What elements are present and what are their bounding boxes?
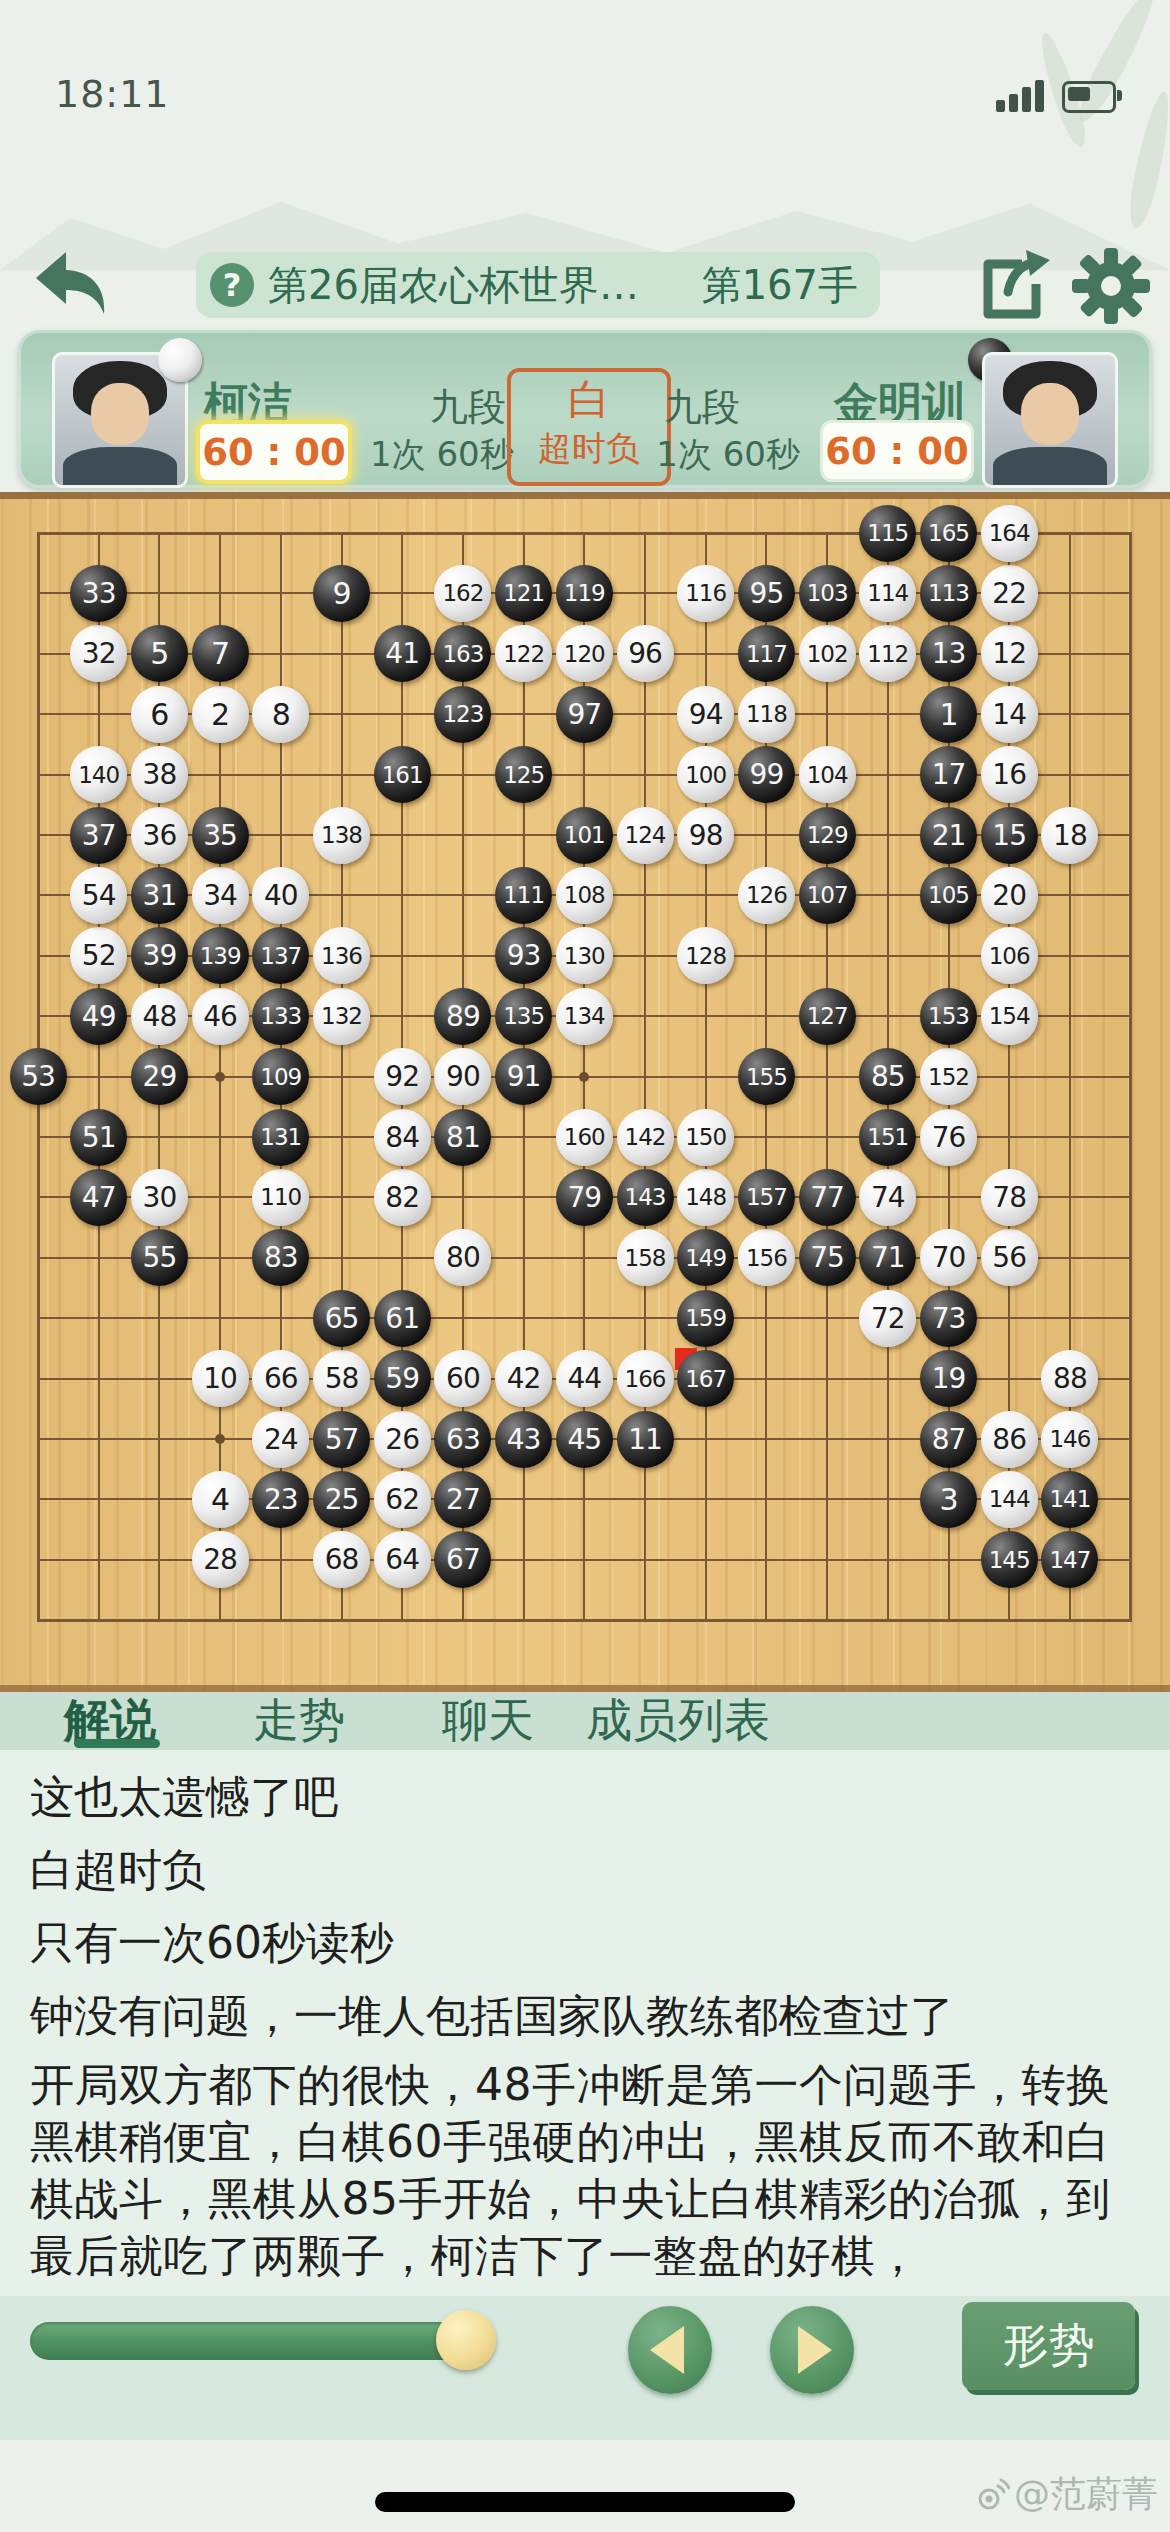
black-stone-101: 101 (556, 807, 613, 864)
white-stone-66: 66 (252, 1350, 309, 1407)
white-stone-62: 62 (374, 1471, 431, 1528)
cell-signal-icon (996, 80, 1048, 112)
black-stone-165: 165 (920, 505, 977, 562)
white-stone-10: 10 (192, 1350, 249, 1407)
black-stone-149: 149 (677, 1229, 734, 1286)
weibo-eye-icon (976, 2478, 1010, 2512)
black-stone-95: 95 (738, 565, 795, 622)
nav-bar: ? 第26届农心杯世界… 第167手 (0, 238, 1170, 334)
right-triangle-icon (798, 2326, 832, 2374)
white-stone-104: 104 (799, 746, 856, 803)
black-stone-5: 5 (131, 625, 188, 682)
black-stone-29: 29 (131, 1048, 188, 1105)
black-stone-87: 87 (920, 1411, 977, 1468)
black-stone-9: 9 (313, 565, 370, 622)
black-stone-91: 91 (495, 1048, 552, 1105)
situation-button[interactable]: 形势 (962, 2302, 1135, 2390)
black-stone-59: 59 (374, 1350, 431, 1407)
white-stone-16: 16 (981, 746, 1038, 803)
black-stone-31: 31 (131, 867, 188, 924)
white-stone-22: 22 (981, 565, 1038, 622)
white-stone-92: 92 (374, 1048, 431, 1105)
white-stone-24: 24 (252, 1411, 309, 1468)
status-bar: 18:11 (0, 72, 1170, 122)
white-stone-68: 68 (313, 1531, 370, 1588)
black-stone-39: 39 (131, 927, 188, 984)
clock-right: 60 : 00 (820, 420, 974, 482)
white-stone-12: 12 (981, 625, 1038, 682)
next-move-button[interactable] (770, 2306, 854, 2394)
black-stone-93: 93 (495, 927, 552, 984)
rank-left: 九段 (430, 382, 506, 433)
white-stone-132: 132 (313, 988, 370, 1045)
bottom-area: @范蔚菁 (0, 2440, 1170, 2532)
black-stone-163: 163 (434, 625, 491, 682)
white-stone-136: 136 (313, 927, 370, 984)
black-stone-81: 81 (434, 1109, 491, 1166)
white-stone-110: 110 (252, 1169, 309, 1226)
board-edge (0, 1685, 1170, 1692)
black-stone-35: 35 (192, 807, 249, 864)
review-controls: 形势 (0, 2296, 1170, 2440)
black-stone-15: 15 (981, 807, 1038, 864)
white-stone-148: 148 (677, 1169, 734, 1226)
white-stone-48: 48 (131, 988, 188, 1045)
white-stone-28: 28 (192, 1531, 249, 1588)
white-stone-38: 38 (131, 746, 188, 803)
black-stone-97: 97 (556, 686, 613, 743)
settings-gear-icon[interactable] (1070, 244, 1152, 328)
black-stone-111: 111 (495, 867, 552, 924)
help-icon[interactable]: ? (210, 263, 254, 307)
white-stone-144: 144 (981, 1471, 1038, 1528)
black-stone-109: 109 (252, 1048, 309, 1105)
active-tab-underline (74, 1739, 160, 1748)
white-stone-128: 128 (677, 927, 734, 984)
black-stone-7: 7 (192, 625, 249, 682)
black-stone-153: 153 (920, 988, 977, 1045)
white-stone-150: 150 (677, 1109, 734, 1166)
white-stone-34: 34 (192, 867, 249, 924)
black-stone-41: 41 (374, 625, 431, 682)
black-stone-135: 135 (495, 988, 552, 1045)
black-stone-103: 103 (799, 565, 856, 622)
white-stone-54: 54 (70, 867, 127, 924)
white-stone-8: 8 (252, 686, 309, 743)
white-stone-100: 100 (677, 746, 734, 803)
black-stone-121: 121 (495, 565, 552, 622)
black-stone-49: 49 (70, 988, 127, 1045)
black-stone-141: 141 (1041, 1471, 1098, 1528)
black-stone-77: 77 (799, 1169, 856, 1226)
tab-走势[interactable]: 走势 (253, 1692, 359, 1750)
rank-right: 九段 (664, 382, 740, 433)
black-stone-115: 115 (859, 505, 916, 562)
black-stone-151: 151 (859, 1109, 916, 1166)
black-stone-79: 79 (556, 1169, 613, 1226)
black-stone-143: 143 (617, 1169, 674, 1226)
black-stone-11: 11 (617, 1411, 674, 1468)
byoyomi-left: 1次 60秒 (370, 432, 514, 478)
game-title: 第26届农心杯世界… (268, 258, 639, 313)
commentary-line: 这也太遗憾了吧 (30, 1760, 1140, 1833)
white-stone-166: 166 (617, 1350, 674, 1407)
grid-line (1129, 532, 1132, 1621)
commentary-line: 钟没有问题，一堆人包括国家队教练都检查过了 (30, 1979, 1140, 2052)
star-point (215, 1072, 225, 1082)
white-stone-108: 108 (556, 867, 613, 924)
white-stone-64: 64 (374, 1531, 431, 1588)
white-stone-40: 40 (252, 867, 309, 924)
white-stone-86: 86 (981, 1411, 1038, 1468)
star-point (579, 1072, 589, 1082)
white-stone-20: 20 (981, 867, 1038, 924)
black-stone-55: 55 (131, 1229, 188, 1286)
white-stone-156: 156 (738, 1229, 795, 1286)
white-stone-42: 42 (495, 1350, 552, 1407)
white-stone-122: 122 (495, 625, 552, 682)
black-stone-17: 17 (920, 746, 977, 803)
grid-line (826, 532, 828, 1621)
back-button[interactable] (24, 238, 116, 330)
black-stone-155: 155 (738, 1048, 795, 1105)
result-badge: 白 超时负 (507, 368, 671, 486)
black-stone-23: 23 (252, 1471, 309, 1528)
tab-bar: 解说走势聊天成员列表 (0, 1692, 1170, 1750)
share-icon[interactable] (974, 242, 1054, 326)
black-stone-75: 75 (799, 1229, 856, 1286)
star-point (215, 1434, 225, 1444)
white-stone-52: 52 (70, 927, 127, 984)
white-stone-78: 78 (981, 1169, 1038, 1226)
tab-成员列表[interactable]: 成员列表 (586, 1692, 790, 1750)
white-stone-badge (158, 338, 202, 382)
white-stone-44: 44 (556, 1350, 613, 1407)
grid-line (37, 1619, 1132, 1622)
black-stone-107: 107 (799, 867, 856, 924)
black-stone-65: 65 (313, 1290, 370, 1347)
white-stone-56: 56 (981, 1229, 1038, 1286)
black-stone-63: 63 (434, 1411, 491, 1468)
black-stone-131: 131 (252, 1109, 309, 1166)
black-stone-43: 43 (495, 1411, 552, 1468)
black-stone-137: 137 (252, 927, 309, 984)
watermark-handle: @范蔚菁 (1014, 2470, 1158, 2519)
black-stone-129: 129 (799, 807, 856, 864)
black-stone-25: 25 (313, 1471, 370, 1528)
home-indicator[interactable] (375, 2492, 795, 2512)
white-stone-46: 46 (192, 988, 249, 1045)
white-stone-146: 146 (1041, 1411, 1098, 1468)
white-stone-4: 4 (192, 1471, 249, 1528)
commentary-line: 白超时负 (30, 1833, 1140, 1906)
white-stone-30: 30 (131, 1169, 188, 1226)
black-stone-161: 161 (374, 746, 431, 803)
black-stone-45: 45 (556, 1411, 613, 1468)
move-counter: 第167手 (702, 258, 858, 313)
move-slider-knob[interactable] (436, 2310, 496, 2370)
black-stone-19: 19 (920, 1350, 977, 1407)
go-board[interactable]: 1234567891011121314151617181920212223242… (0, 492, 1170, 1692)
white-stone-138: 138 (313, 807, 370, 864)
black-stone-89: 89 (434, 988, 491, 1045)
app-screen: 18:11 ? 第26届农心杯世界… 第167手 (0, 0, 1170, 2532)
white-stone-140: 140 (70, 746, 127, 803)
black-stone-123: 123 (434, 686, 491, 743)
black-stone-61: 61 (374, 1290, 431, 1347)
black-stone-133: 133 (252, 988, 309, 1045)
white-stone-60: 60 (434, 1350, 491, 1407)
battery-icon (1062, 81, 1116, 113)
white-stone-160: 160 (556, 1109, 613, 1166)
white-stone-154: 154 (981, 988, 1038, 1045)
white-stone-36: 36 (131, 807, 188, 864)
white-stone-126: 126 (738, 867, 795, 924)
white-stone-142: 142 (617, 1109, 674, 1166)
white-stone-106: 106 (981, 927, 1038, 984)
white-stone-118: 118 (738, 686, 795, 743)
white-stone-76: 76 (920, 1109, 977, 1166)
white-stone-2: 2 (192, 686, 249, 743)
white-stone-94: 94 (677, 686, 734, 743)
black-stone-13: 13 (920, 625, 977, 682)
white-stone-124: 124 (617, 807, 674, 864)
black-stone-71: 71 (859, 1229, 916, 1286)
black-stone-157: 157 (738, 1169, 795, 1226)
black-stone-47: 47 (70, 1169, 127, 1226)
black-stone-57: 57 (313, 1411, 370, 1468)
white-stone-14: 14 (981, 686, 1038, 743)
white-stone-6: 6 (131, 686, 188, 743)
white-stone-120: 120 (556, 625, 613, 682)
white-stone-80: 80 (434, 1229, 491, 1286)
white-stone-26: 26 (374, 1411, 431, 1468)
white-stone-18: 18 (1041, 807, 1098, 864)
black-stone-119: 119 (556, 565, 613, 622)
black-stone-99: 99 (738, 746, 795, 803)
black-stone-139: 139 (192, 927, 249, 984)
status-time: 18:11 (55, 72, 170, 116)
white-stone-58: 58 (313, 1350, 370, 1407)
black-stone-83: 83 (252, 1229, 309, 1286)
tab-解说[interactable]: 解说 (64, 1692, 170, 1750)
commentary-line: 开局双方都下的很快，48手冲断是第一个问题手，转换黑棋稍便宜，白棋60手强硬的冲… (30, 2056, 1142, 2284)
white-stone-84: 84 (374, 1109, 431, 1166)
white-stone-164: 164 (981, 505, 1038, 562)
commentary-panel: 这也太遗憾了吧白超时负只有一次60秒读秒钟没有问题，一堆人包括国家队教练都检查过… (0, 1750, 1170, 2306)
black-stone-125: 125 (495, 746, 552, 803)
white-stone-116: 116 (677, 565, 734, 622)
black-stone-73: 73 (920, 1290, 977, 1347)
black-stone-167: 167 (677, 1350, 734, 1407)
black-stone-145: 145 (981, 1531, 1038, 1588)
black-stone-37: 37 (70, 807, 127, 864)
board-edge (0, 492, 1170, 499)
black-stone-85: 85 (859, 1048, 916, 1105)
black-stone-21: 21 (920, 807, 977, 864)
white-stone-74: 74 (859, 1169, 916, 1226)
players-panel: 柯洁 60 : 00 1次 60秒 九段 白 超时负 九段 金明训 1次 60秒… (18, 330, 1152, 488)
byoyomi-right: 1次 60秒 (656, 432, 800, 478)
black-stone-27: 27 (434, 1471, 491, 1528)
commentary-line: 只有一次60秒读秒 (30, 1906, 1140, 1979)
white-stone-134: 134 (556, 988, 613, 1045)
white-stone-32: 32 (70, 625, 127, 682)
previous-move-button[interactable] (628, 2306, 712, 2394)
black-stone-105: 105 (920, 867, 977, 924)
white-stone-90: 90 (434, 1048, 491, 1105)
clock-left: 60 : 00 (196, 420, 352, 484)
black-stone-117: 117 (738, 625, 795, 682)
black-stone-113: 113 (920, 565, 977, 622)
black-stone-3: 3 (920, 1471, 977, 1528)
tab-聊天[interactable]: 聊天 (442, 1692, 548, 1750)
black-stone-147: 147 (1041, 1531, 1098, 1588)
game-title-pill: ? 第26届农心杯世界… 第167手 (196, 252, 880, 318)
avatar-kim-myounghoon (982, 352, 1118, 488)
white-stone-70: 70 (920, 1229, 977, 1286)
white-stone-130: 130 (556, 927, 613, 984)
white-stone-98: 98 (677, 807, 734, 864)
white-stone-162: 162 (434, 565, 491, 622)
weibo-watermark: @范蔚菁 (976, 2470, 1158, 2519)
black-stone-53: 53 (10, 1048, 67, 1105)
black-stone-67: 67 (434, 1531, 491, 1588)
white-stone-158: 158 (617, 1229, 674, 1286)
black-stone-51: 51 (70, 1109, 127, 1166)
white-stone-88: 88 (1041, 1350, 1098, 1407)
black-stone-33: 33 (70, 565, 127, 622)
white-stone-112: 112 (859, 625, 916, 682)
left-triangle-icon (650, 2326, 684, 2374)
white-stone-152: 152 (920, 1048, 977, 1105)
white-stone-102: 102 (799, 625, 856, 682)
white-stone-114: 114 (859, 565, 916, 622)
white-stone-82: 82 (374, 1169, 431, 1226)
black-stone-1: 1 (920, 686, 977, 743)
white-stone-96: 96 (617, 625, 674, 682)
black-stone-159: 159 (677, 1290, 734, 1347)
move-slider[interactable] (30, 2322, 482, 2360)
white-stone-72: 72 (859, 1290, 916, 1347)
black-stone-127: 127 (799, 988, 856, 1045)
